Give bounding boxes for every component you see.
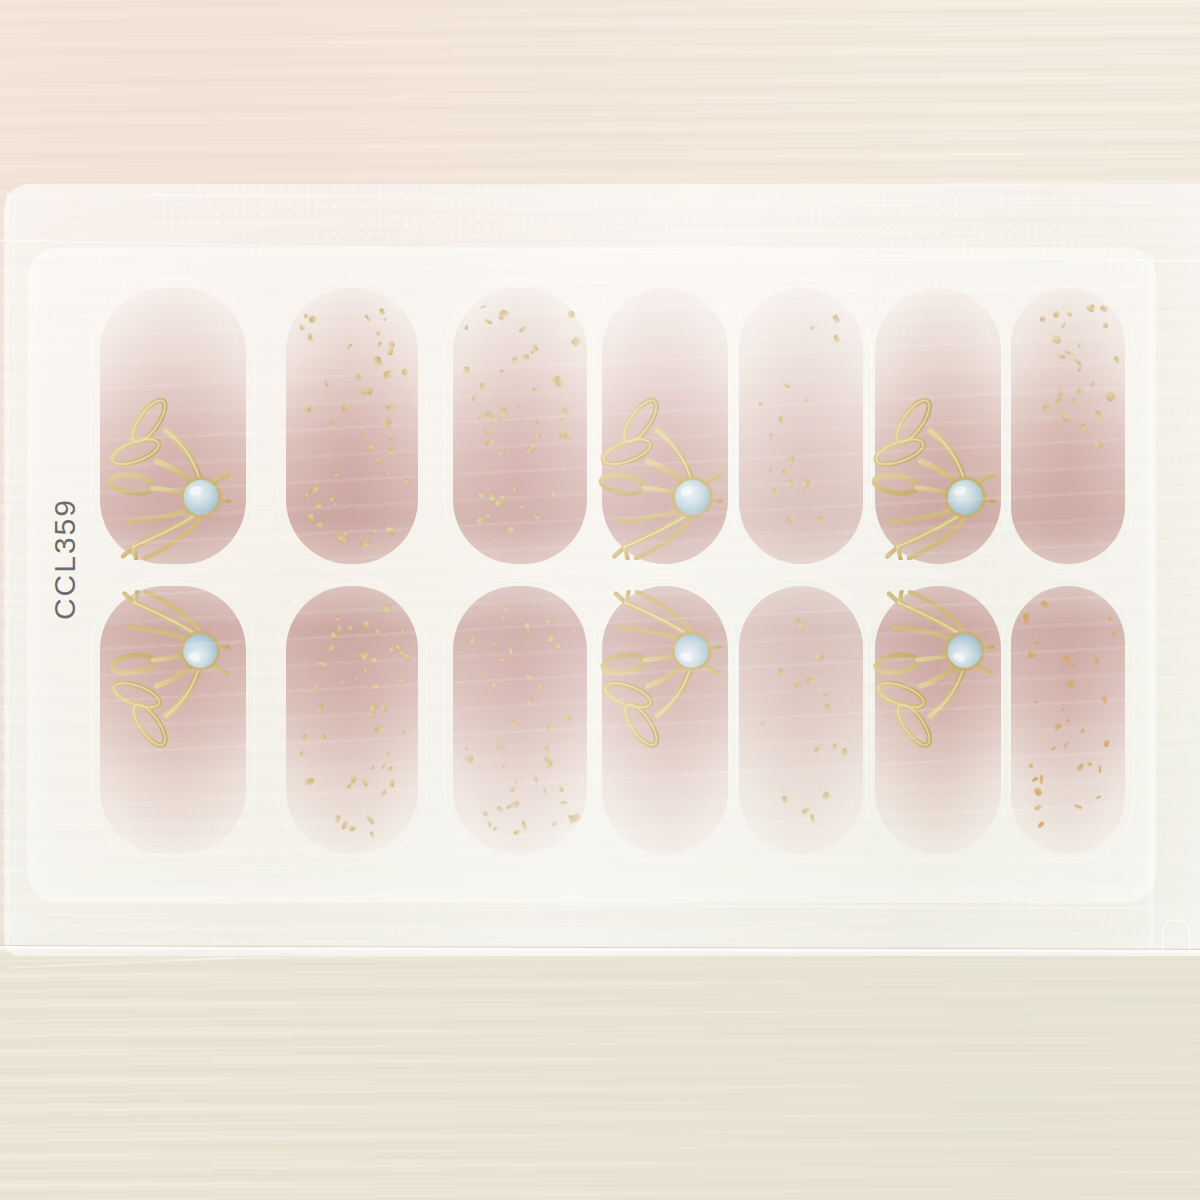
gold-flake xyxy=(760,402,764,405)
gold-flake xyxy=(557,377,560,381)
gold-flake xyxy=(387,753,390,757)
gold-flake xyxy=(304,777,314,786)
gold-flake xyxy=(384,370,393,378)
gold-flake xyxy=(355,677,358,679)
gold-flake xyxy=(1062,322,1067,329)
gold-flake xyxy=(534,344,539,351)
gold-flake xyxy=(810,325,816,330)
gold-flake xyxy=(490,493,496,500)
gold-flake xyxy=(833,744,836,750)
gold-flake xyxy=(824,704,832,713)
gold-flake xyxy=(483,410,494,421)
gold-flake xyxy=(502,616,506,621)
gold-flake xyxy=(546,618,555,624)
gold-flake xyxy=(381,608,385,612)
gold-flake xyxy=(794,618,805,629)
gold-flake xyxy=(469,757,475,764)
gold-flake xyxy=(349,826,355,832)
gold-flake xyxy=(1056,420,1060,425)
gold-flake xyxy=(487,821,492,828)
nail-sticker-r2-c2-gold-flakes-dense xyxy=(286,586,418,854)
gold-flake xyxy=(375,457,383,464)
gold-flake xyxy=(398,648,403,654)
gold-flake xyxy=(1053,311,1060,318)
gold-flake xyxy=(781,467,789,474)
gold-flake xyxy=(533,775,538,783)
gold-flake xyxy=(547,633,553,641)
gold-flake xyxy=(370,765,373,770)
gold-flake xyxy=(815,653,824,661)
gold-flake xyxy=(777,415,784,423)
antler-branch-gem-decoration-icon xyxy=(871,590,1005,756)
gold-flake xyxy=(501,744,506,750)
gold-flake xyxy=(1103,323,1109,328)
gold-flake xyxy=(370,683,378,689)
gold-flake xyxy=(471,393,478,402)
gold-flake xyxy=(1077,389,1084,394)
gold-flake xyxy=(518,504,524,509)
gold-flake xyxy=(553,643,561,650)
gold-flake xyxy=(569,815,574,823)
gold-flake xyxy=(505,526,514,535)
gold-flake xyxy=(1034,804,1042,810)
product-code-label: CCL359 xyxy=(48,498,82,620)
gold-flake xyxy=(365,315,370,322)
gold-flake xyxy=(1033,641,1041,645)
gold-flake xyxy=(465,755,475,763)
gold-flake xyxy=(543,788,548,795)
gold-flake xyxy=(357,649,368,659)
gold-flake xyxy=(1061,654,1070,664)
gold-flake xyxy=(497,806,504,813)
gold-flake xyxy=(530,538,534,542)
gold-flake xyxy=(323,662,327,669)
gold-flake xyxy=(523,355,529,359)
gold-flake xyxy=(1032,777,1039,783)
gold-flake xyxy=(341,402,350,413)
gold-flake xyxy=(470,635,477,645)
gold-flake xyxy=(544,743,550,748)
gold-flake xyxy=(491,682,498,689)
gold-flake xyxy=(1074,804,1082,809)
gold-flake xyxy=(1113,356,1120,364)
gold-flake xyxy=(508,645,513,654)
gold-flake xyxy=(351,775,357,783)
gold-flake xyxy=(1066,718,1070,722)
gold-flake xyxy=(1051,335,1062,346)
gold-flake xyxy=(1043,405,1051,412)
gold-flake xyxy=(384,604,391,612)
gold-flake xyxy=(512,801,520,809)
gold-flake xyxy=(306,513,313,521)
gold-flake xyxy=(365,815,373,823)
gold-flake xyxy=(380,705,387,714)
gold-flake xyxy=(490,496,496,502)
gold-flake xyxy=(1066,311,1072,317)
gold-flake xyxy=(363,387,372,395)
gold-flake xyxy=(1069,420,1073,423)
gold-flake xyxy=(346,782,354,789)
gold-flake xyxy=(362,430,366,435)
gold-flake xyxy=(370,658,377,663)
gold-flake xyxy=(823,692,831,697)
gold-flake xyxy=(333,472,338,478)
gold-flake xyxy=(500,494,506,502)
gold-flake xyxy=(347,625,353,632)
nail-sticker-r1-c7-gold-flakes-top xyxy=(1011,288,1125,564)
gold-flake xyxy=(308,333,312,338)
gold-flake xyxy=(464,747,469,751)
gold-flake xyxy=(1063,742,1068,748)
nail-sticker-r1-c6-antler-gem xyxy=(875,288,1001,564)
gold-flake xyxy=(1055,398,1062,406)
gold-flake xyxy=(1061,708,1065,711)
gold-flake xyxy=(527,674,533,680)
gold-flake xyxy=(493,827,498,831)
gold-flake xyxy=(529,444,536,451)
gold-flake xyxy=(341,820,348,829)
gold-flake xyxy=(498,449,507,457)
gold-flake xyxy=(532,513,540,521)
gold-flake xyxy=(388,340,396,349)
nail-sticker-r2-c4-antler-gem xyxy=(602,586,728,854)
gold-flake xyxy=(300,734,307,741)
gold-flake xyxy=(526,698,533,707)
gold-flake xyxy=(841,748,846,755)
gold-flake xyxy=(519,326,527,333)
gold-flake xyxy=(388,767,393,773)
antler-branch-gem-decoration-icon xyxy=(598,389,732,560)
gold-flake xyxy=(560,801,567,803)
gold-flake xyxy=(806,677,815,682)
gold-flake xyxy=(1023,617,1029,626)
gold-flake xyxy=(304,493,308,500)
gold-flake xyxy=(309,485,319,495)
gold-flake xyxy=(322,735,327,740)
antler-branch-gem-decoration-icon xyxy=(598,590,732,756)
gold-flake xyxy=(373,356,380,365)
gold-flake xyxy=(388,433,393,440)
gold-flake xyxy=(390,780,394,787)
nail-sticker-r1-c3-gold-flakes-dense xyxy=(453,288,587,564)
gold-flake xyxy=(525,444,529,448)
gold-flake xyxy=(544,754,551,762)
nail-sticker-r1-c1-antler-gem xyxy=(100,288,246,564)
gold-flake xyxy=(1093,658,1098,664)
gold-flake xyxy=(538,684,543,690)
nail-sticker-r1-c2-gold-flakes-dense xyxy=(286,288,418,564)
gold-flake xyxy=(805,399,809,403)
nail-pink-gradient xyxy=(739,288,863,564)
gold-flake xyxy=(368,712,375,716)
gold-flake xyxy=(1057,354,1065,358)
gold-flake xyxy=(498,657,504,661)
plastic-right-fold-band xyxy=(1146,252,1160,952)
nail-pink-gradient xyxy=(1011,288,1125,564)
gold-flake xyxy=(788,456,794,465)
nail-sticker-r2-c3-gold-flakes-dense xyxy=(453,586,587,854)
gold-flake xyxy=(324,379,328,387)
gold-flake xyxy=(387,447,396,457)
gold-flake xyxy=(1054,723,1062,731)
gold-flake xyxy=(370,831,375,838)
gold-flake xyxy=(404,478,410,484)
gold-flake xyxy=(1040,775,1043,784)
gold-flake xyxy=(525,446,532,454)
gold-flake xyxy=(550,492,555,501)
gold-flake xyxy=(362,621,369,628)
gold-flake xyxy=(511,356,518,363)
gold-flake xyxy=(307,337,313,341)
gold-flake xyxy=(363,668,367,672)
gold-flake xyxy=(499,312,505,320)
gold-flake xyxy=(513,830,520,836)
gold-flake xyxy=(402,731,405,737)
gold-flake xyxy=(522,821,528,830)
gold-flake xyxy=(1038,822,1045,829)
nail-pink-gradient xyxy=(286,288,418,564)
gold-flake xyxy=(340,677,344,685)
gold-flake xyxy=(560,418,564,422)
gold-flake xyxy=(783,383,791,389)
nail-pink-gradient xyxy=(739,586,863,854)
gold-flake xyxy=(495,500,504,507)
gold-flake xyxy=(308,315,317,324)
gold-flake xyxy=(360,390,366,395)
gold-flake xyxy=(551,375,560,382)
gold-flake xyxy=(326,644,334,651)
nail-sticker-r1-c5-gold-flakes-sparse xyxy=(739,288,863,564)
gold-flake xyxy=(366,539,371,547)
gold-flake xyxy=(403,654,411,661)
gold-flake xyxy=(384,453,387,457)
gold-flake xyxy=(1093,441,1103,451)
gold-flake xyxy=(378,342,383,348)
gold-flake xyxy=(379,309,385,316)
gold-flake xyxy=(1028,652,1035,658)
antler-branch-gem-decoration-icon xyxy=(871,389,1005,560)
gold-flake xyxy=(1090,305,1094,310)
gold-flake xyxy=(768,466,772,473)
gold-flake xyxy=(801,807,809,814)
gold-flake xyxy=(334,815,341,824)
gold-flake xyxy=(477,490,485,498)
gold-flake xyxy=(810,814,814,823)
gold-flake xyxy=(816,515,826,525)
gold-flake xyxy=(1033,787,1042,797)
gold-flake xyxy=(362,778,369,786)
gold-flake xyxy=(557,429,566,438)
gold-flake xyxy=(558,786,564,792)
gold-flake xyxy=(335,531,345,541)
gold-flake xyxy=(314,502,320,507)
gold-flake xyxy=(534,433,540,439)
gold-flake xyxy=(530,350,535,355)
gold-flake xyxy=(769,432,775,439)
gold-flake xyxy=(330,420,335,428)
gold-flake xyxy=(1087,761,1092,766)
gold-flake xyxy=(773,487,779,494)
gold-flake xyxy=(524,622,530,631)
gold-flake xyxy=(498,742,501,745)
gold-flake xyxy=(484,514,490,519)
gold-flake xyxy=(1059,388,1063,394)
gold-flake xyxy=(376,331,380,336)
gold-flake xyxy=(501,762,507,769)
nail-pink-gradient xyxy=(286,586,418,854)
gold-flake xyxy=(299,751,305,757)
gold-flake xyxy=(1040,601,1049,609)
gold-flake xyxy=(335,625,341,634)
gold-flake xyxy=(331,631,338,637)
gold-flake xyxy=(464,325,468,330)
gold-flake xyxy=(491,641,495,645)
gold-flake xyxy=(1094,660,1098,665)
gold-flake xyxy=(476,517,486,526)
gold-flake xyxy=(509,785,516,792)
gold-flake xyxy=(794,679,800,687)
gold-flake xyxy=(1096,795,1101,799)
plastic-left-edge-line xyxy=(7,192,9,950)
gold-flake xyxy=(385,526,396,536)
gold-flake xyxy=(382,762,386,769)
gold-flake xyxy=(306,779,314,786)
gold-flake xyxy=(1085,305,1094,313)
gold-flake xyxy=(313,685,319,691)
gold-flake xyxy=(530,675,535,680)
gold-flake xyxy=(336,616,341,622)
gold-flake xyxy=(1101,696,1109,704)
gold-flake xyxy=(801,478,811,488)
gold-flake xyxy=(384,318,387,321)
gold-flake xyxy=(545,760,554,769)
gold-flake xyxy=(303,314,309,320)
gold-flake xyxy=(480,305,486,309)
nail-pink-gradient xyxy=(453,288,587,564)
gold-flake xyxy=(1099,304,1108,313)
gold-flake xyxy=(373,628,379,634)
gold-flake xyxy=(515,780,517,783)
gold-flake xyxy=(401,368,409,376)
gold-flake xyxy=(1112,631,1118,637)
gold-flake xyxy=(1098,766,1101,774)
gold-flake xyxy=(377,356,383,365)
gold-flake xyxy=(314,522,323,531)
gold-flake xyxy=(318,660,326,665)
gold-flake xyxy=(511,720,517,727)
gold-flake xyxy=(1077,343,1080,348)
gold-flake xyxy=(402,452,406,455)
gold-flake xyxy=(1040,315,1047,322)
gold-flake xyxy=(480,382,486,390)
gold-flake xyxy=(535,418,540,424)
gold-flake xyxy=(380,790,387,797)
gold-flake xyxy=(397,679,405,687)
gold-flake xyxy=(571,813,581,823)
gold-flake xyxy=(760,720,764,724)
gold-flake xyxy=(1094,411,1102,421)
gold-flake xyxy=(483,614,486,617)
gold-flake xyxy=(786,479,794,486)
gold-flake xyxy=(386,406,395,410)
gold-flake xyxy=(359,540,368,549)
gold-flake xyxy=(1081,727,1085,733)
gold-flake xyxy=(560,407,568,415)
gold-flake xyxy=(1051,746,1056,751)
gold-flake xyxy=(1029,763,1034,768)
gold-flake xyxy=(318,704,323,712)
gold-flake xyxy=(387,347,393,355)
gold-flake xyxy=(486,540,491,544)
gold-flake xyxy=(1072,397,1076,403)
nail-sticker-r2-c1-antler-gem xyxy=(100,586,246,854)
gold-flake xyxy=(495,744,499,749)
antler-branch-gem-decoration-icon xyxy=(96,389,251,560)
gold-flake xyxy=(814,745,820,751)
gold-flake xyxy=(360,655,366,662)
hang-tab-notch xyxy=(1162,920,1190,951)
gold-flake xyxy=(506,803,515,810)
gold-flake xyxy=(564,715,572,720)
gold-flake xyxy=(1069,663,1074,668)
gold-flake xyxy=(1066,679,1076,690)
gold-flake xyxy=(374,726,384,735)
gold-flake xyxy=(499,369,505,373)
gold-flake xyxy=(346,344,352,351)
gold-flake xyxy=(369,702,378,712)
gold-flake xyxy=(383,371,391,379)
gold-flake xyxy=(544,747,549,752)
gold-flake xyxy=(501,310,510,317)
gold-flake xyxy=(545,723,554,732)
gold-flake xyxy=(333,502,338,507)
gold-flake xyxy=(1065,350,1073,355)
gold-flake xyxy=(1073,357,1082,365)
gold-flake xyxy=(304,405,312,413)
nail-sticker-r2-c7-gold-flakes-medium xyxy=(1011,586,1125,854)
gold-flake xyxy=(328,496,334,502)
gold-flake xyxy=(1106,616,1112,622)
gold-flake xyxy=(1078,365,1083,372)
gold-flake xyxy=(501,408,508,416)
gold-flake xyxy=(832,313,841,323)
gold-flake xyxy=(486,438,496,447)
gold-flake xyxy=(383,471,389,475)
gold-flake xyxy=(1033,700,1037,704)
gold-flake xyxy=(504,605,509,611)
gold-flake xyxy=(493,417,502,421)
gold-flake xyxy=(372,528,378,533)
gold-flake xyxy=(484,429,491,435)
gold-flake xyxy=(545,757,551,764)
gold-flake xyxy=(818,671,821,673)
gold-flake xyxy=(365,444,374,453)
antler-branch-gem-decoration-icon xyxy=(96,590,251,756)
gold-flake xyxy=(834,335,840,343)
gold-flake xyxy=(389,646,397,654)
gold-flake xyxy=(473,603,478,610)
gold-flake xyxy=(1105,391,1115,402)
gold-flake xyxy=(531,387,538,393)
gold-flake xyxy=(571,628,577,633)
nail-pink-gradient xyxy=(453,586,587,854)
nail-sticker-r1-c4-antler-gem xyxy=(602,288,728,564)
gold-flake xyxy=(552,821,557,826)
nail-wrap-sheet xyxy=(28,248,1156,902)
gold-flake xyxy=(564,430,573,440)
gold-flake xyxy=(517,405,524,408)
gold-flake xyxy=(342,532,348,541)
